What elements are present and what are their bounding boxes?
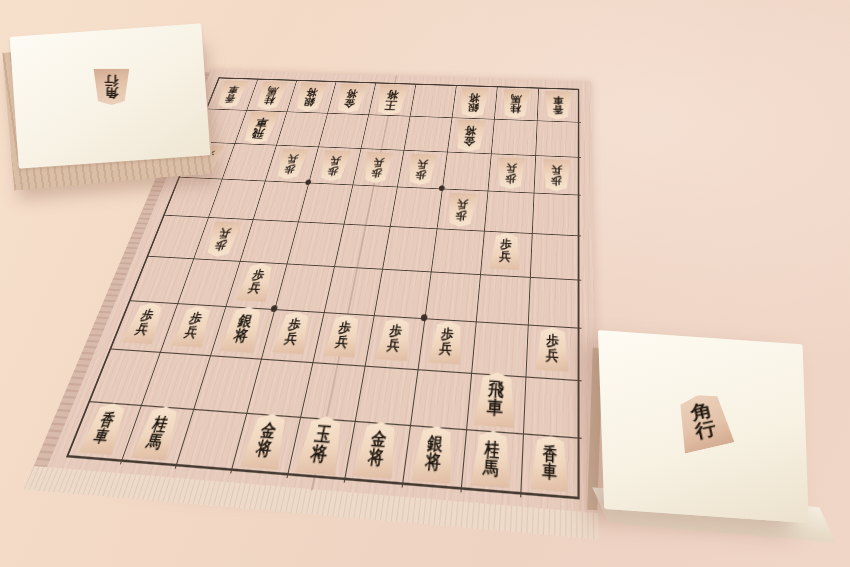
kanji-glyph: 兵 [506,163,518,174]
kanji-glyph: 将 [345,88,358,98]
kanji-glyph: 桂 [263,95,276,105]
square-3f[interactable] [425,272,481,322]
square-4f[interactable] [375,270,432,320]
kanji-glyph: 兵 [456,199,468,210]
hand-piece-gote-bishop[interactable]: 角行 [92,69,130,105]
kanji-glyph: 兵 [416,159,428,169]
kanji-glyph: 車 [92,427,112,445]
square-5h[interactable] [301,363,366,422]
kanji-glyph: 将 [309,444,329,465]
kanji-glyph: 馬 [510,94,521,104]
kanji-glyph: 兵 [134,322,151,336]
kanji-glyph: 将 [305,87,318,97]
kanji-glyph: 車 [254,117,269,128]
kanji-glyph: 兵 [372,157,385,167]
kanji-glyph: 桂 [484,439,500,458]
square-1e[interactable] [531,234,582,281]
square-3e[interactable] [432,229,485,275]
kanji-glyph: 車 [542,462,557,481]
kanji-glyph: 兵 [329,155,342,165]
square-1b[interactable] [536,121,581,158]
square-5b[interactable] [361,115,410,151]
kanji-glyph: 車 [227,85,240,94]
square-4d[interactable] [391,187,443,229]
square-3c[interactable] [443,152,492,191]
kanji-glyph: 香 [552,105,563,115]
kanji-glyph: 兵 [439,342,453,357]
kanji-glyph: 車 [486,398,503,418]
piece-gote-lance-1a[interactable]: 香車 [543,91,572,121]
kanji-glyph: 行 [104,75,118,87]
hand-piece-sente-bishop[interactable]: 角行 [671,389,736,454]
kanji-glyph: 兵 [286,154,299,164]
square-2d[interactable] [485,191,535,234]
kanji-glyph: 桂 [510,104,522,114]
kanji-glyph: 将 [367,448,385,468]
square-1d[interactable] [533,193,581,236]
square-4a[interactable] [410,85,456,118]
kanji-glyph: 兵 [183,325,199,339]
kanji-glyph: 車 [553,96,564,106]
kanji-glyph: 角 [104,87,118,99]
kanji-glyph: 香 [223,94,236,103]
square-4b[interactable] [404,117,452,153]
kanji-glyph: 兵 [546,348,559,363]
square-2f[interactable] [477,275,531,325]
kanji-glyph: 兵 [217,227,232,239]
square-2g[interactable] [472,322,529,377]
square-5f[interactable] [325,267,383,316]
gote-komadai: 角行 [10,23,211,168]
hoshi-dot [420,314,427,321]
kanji-glyph: 兵 [386,338,401,353]
square-5d[interactable] [344,185,397,227]
kanji-glyph: 兵 [551,165,562,176]
sente-komadai: 角行 [598,330,809,523]
kanji-glyph: 将 [464,125,477,136]
kanji-glyph: 兵 [283,332,299,347]
kanji-glyph: 将 [468,92,480,102]
kanji-glyph: 馬 [266,86,279,95]
hoshi-dot [438,185,444,191]
square-4h[interactable] [356,367,419,426]
kanji-glyph: 行 [693,419,718,442]
kanji-glyph: 桂 [151,415,170,433]
kanji-glyph: 兵 [334,335,349,350]
square-1f[interactable] [529,278,582,329]
kanji-glyph: 馬 [145,432,165,451]
square-3h[interactable] [411,370,472,430]
kanji-glyph: 兵 [247,282,262,295]
kanji-glyph: 将 [424,453,442,473]
kanji-glyph: 兵 [499,251,512,264]
square-4e[interactable] [383,227,437,272]
square-5e[interactable] [335,225,391,270]
kanji-glyph: 将 [254,440,273,460]
kanji-glyph: 将 [232,328,250,344]
square-2b[interactable] [492,120,538,156]
kanji-glyph: 馬 [483,457,499,477]
table-surface: 香車桂馬銀将金将王将銀将桂馬香車飛車金将歩兵歩兵歩兵歩兵歩兵歩兵歩兵歩兵歩兵歩兵… [0,0,850,567]
square-1h[interactable] [524,378,582,439]
kanji-glyph: 将 [386,89,400,100]
